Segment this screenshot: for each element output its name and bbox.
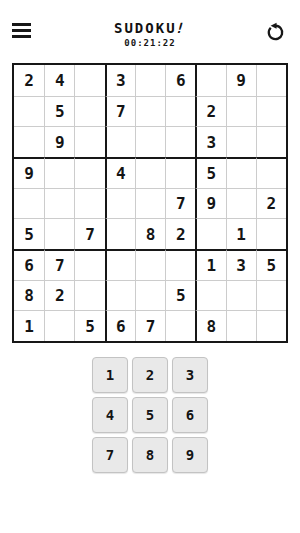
sudoku-cell-r8c6[interactable]: 5	[165, 280, 195, 311]
sudoku-cell-r2c8[interactable]	[226, 96, 256, 127]
numpad-key-3[interactable]: 3	[172, 357, 208, 393]
sudoku-cell-r7c2[interactable]: 7	[44, 249, 74, 280]
sudoku-cell-r2c1[interactable]	[14, 96, 44, 127]
sudoku-cell-r9c8[interactable]	[226, 310, 256, 341]
sudoku-cell-r9c9[interactable]	[256, 310, 286, 341]
sudoku-cell-r3c5[interactable]	[135, 126, 165, 157]
sudoku-cell-r6c2[interactable]	[44, 218, 74, 249]
numpad-key-4[interactable]: 4	[92, 397, 128, 433]
sudoku-cell-r4c5[interactable]	[135, 157, 165, 188]
sudoku-cell-r7c5[interactable]	[135, 249, 165, 280]
numpad-key-6[interactable]: 6	[172, 397, 208, 433]
sudoku-cell-r8c9[interactable]	[256, 280, 286, 311]
sudoku-cell-r4c6[interactable]	[165, 157, 195, 188]
sudoku-cell-r3c1[interactable]	[14, 126, 44, 157]
sudoku-cell-r6c8[interactable]: 1	[226, 218, 256, 249]
numpad-key-2[interactable]: 2	[132, 357, 168, 393]
sudoku-cell-r2c6[interactable]	[165, 96, 195, 127]
sudoku-cell-r5c4[interactable]	[105, 188, 135, 219]
sudoku-cell-r2c9[interactable]	[256, 96, 286, 127]
sudoku-cell-r5c6[interactable]: 7	[165, 188, 195, 219]
sudoku-cell-r3c9[interactable]	[256, 126, 286, 157]
sudoku-cell-r3c7[interactable]: 3	[195, 126, 225, 157]
sudoku-cell-r3c2[interactable]: 9	[44, 126, 74, 157]
sudoku-cell-r5c5[interactable]	[135, 188, 165, 219]
sudoku-cell-r5c7[interactable]: 9	[195, 188, 225, 219]
sudoku-cell-r8c8[interactable]	[226, 280, 256, 311]
sudoku-cell-r8c1[interactable]: 8	[14, 280, 44, 311]
sudoku-cell-r3c6[interactable]	[165, 126, 195, 157]
sudoku-cell-r2c7[interactable]: 2	[195, 96, 225, 127]
sudoku-cell-r6c6[interactable]: 2	[165, 218, 195, 249]
sudoku-cell-r9c3[interactable]: 5	[74, 310, 104, 341]
numpad-key-8[interactable]: 8	[132, 437, 168, 473]
numpad-key-9[interactable]: 9	[172, 437, 208, 473]
sudoku-cell-r5c3[interactable]	[74, 188, 104, 219]
sudoku-cell-r5c9[interactable]: 2	[256, 188, 286, 219]
sudoku-cell-r6c3[interactable]: 7	[74, 218, 104, 249]
sudoku-cell-r8c4[interactable]	[105, 280, 135, 311]
sudoku-cell-r7c7[interactable]: 1	[195, 249, 225, 280]
sudoku-cell-r5c2[interactable]	[44, 188, 74, 219]
sudoku-cell-r4c9[interactable]	[256, 157, 286, 188]
title-block: SUDOKU! 00:21:22	[0, 21, 300, 48]
timer: 00:21:22	[0, 38, 300, 48]
sudoku-cell-r3c8[interactable]	[226, 126, 256, 157]
sudoku-cell-r3c4[interactable]	[105, 126, 135, 157]
sudoku-cell-r4c2[interactable]	[44, 157, 74, 188]
sudoku-cell-r5c1[interactable]	[14, 188, 44, 219]
sudoku-cell-r7c6[interactable]	[165, 249, 195, 280]
sudoku-cell-r1c8[interactable]: 9	[226, 65, 256, 96]
sudoku-cell-r1c9[interactable]	[256, 65, 286, 96]
sudoku-cell-r2c5[interactable]	[135, 96, 165, 127]
sudoku-cell-r1c1[interactable]: 2	[14, 65, 44, 96]
sudoku-cell-r1c2[interactable]: 4	[44, 65, 74, 96]
sudoku-cell-r7c4[interactable]	[105, 249, 135, 280]
page-title: SUDOKU!	[0, 21, 300, 35]
sudoku-cell-r9c1[interactable]: 1	[14, 310, 44, 341]
sudoku-cell-r1c5[interactable]	[135, 65, 165, 96]
rotate-left-icon	[264, 20, 287, 43]
sudoku-cell-r8c2[interactable]: 2	[44, 280, 74, 311]
number-pad: 123456789	[92, 357, 208, 473]
sudoku-cell-r4c3[interactable]	[74, 157, 104, 188]
sudoku-cell-r6c9[interactable]	[256, 218, 286, 249]
numpad-key-1[interactable]: 1	[92, 357, 128, 393]
sudoku-cell-r7c9[interactable]: 5	[256, 249, 286, 280]
sudoku-cell-r2c3[interactable]	[74, 96, 104, 127]
sudoku-cell-r7c3[interactable]	[74, 249, 104, 280]
sudoku-cell-r4c4[interactable]: 4	[105, 157, 135, 188]
sudoku-cell-r9c2[interactable]	[44, 310, 74, 341]
sudoku-cell-r9c6[interactable]	[165, 310, 195, 341]
sudoku-cell-r2c4[interactable]: 7	[105, 96, 135, 127]
sudoku-cell-r6c1[interactable]: 5	[14, 218, 44, 249]
sudoku-cell-r8c5[interactable]	[135, 280, 165, 311]
numpad-key-5[interactable]: 5	[132, 397, 168, 433]
sudoku-app: SUDOKU! 00:21:22 24369572939457925782167…	[0, 0, 300, 533]
sudoku-cell-r1c4[interactable]: 3	[105, 65, 135, 96]
numpad-key-7[interactable]: 7	[92, 437, 128, 473]
sudoku-cell-r6c5[interactable]: 8	[135, 218, 165, 249]
sudoku-cell-r1c6[interactable]: 6	[165, 65, 195, 96]
sudoku-cell-r9c5[interactable]: 7	[135, 310, 165, 341]
sudoku-cell-r3c3[interactable]	[74, 126, 104, 157]
sudoku-cell-r4c7[interactable]: 5	[195, 157, 225, 188]
sudoku-cell-r6c4[interactable]	[105, 218, 135, 249]
sudoku-cell-r9c4[interactable]: 6	[105, 310, 135, 341]
sudoku-cell-r1c7[interactable]	[195, 65, 225, 96]
sudoku-cell-r8c7[interactable]	[195, 280, 225, 311]
sudoku-board: 2436957293945792578216713582515678	[12, 63, 288, 343]
reset-button[interactable]	[263, 20, 287, 44]
sudoku-cell-r7c1[interactable]: 6	[14, 249, 44, 280]
sudoku-cell-r1c3[interactable]	[74, 65, 104, 96]
sudoku-cell-r7c8[interactable]: 3	[226, 249, 256, 280]
sudoku-cell-r8c3[interactable]	[74, 280, 104, 311]
sudoku-cell-r4c1[interactable]: 9	[14, 157, 44, 188]
sudoku-cell-r5c8[interactable]	[226, 188, 256, 219]
sudoku-cell-r6c7[interactable]	[195, 218, 225, 249]
sudoku-cell-r2c2[interactable]: 5	[44, 96, 74, 127]
sudoku-cell-r9c7[interactable]: 8	[195, 310, 225, 341]
sudoku-cell-r4c8[interactable]	[226, 157, 256, 188]
